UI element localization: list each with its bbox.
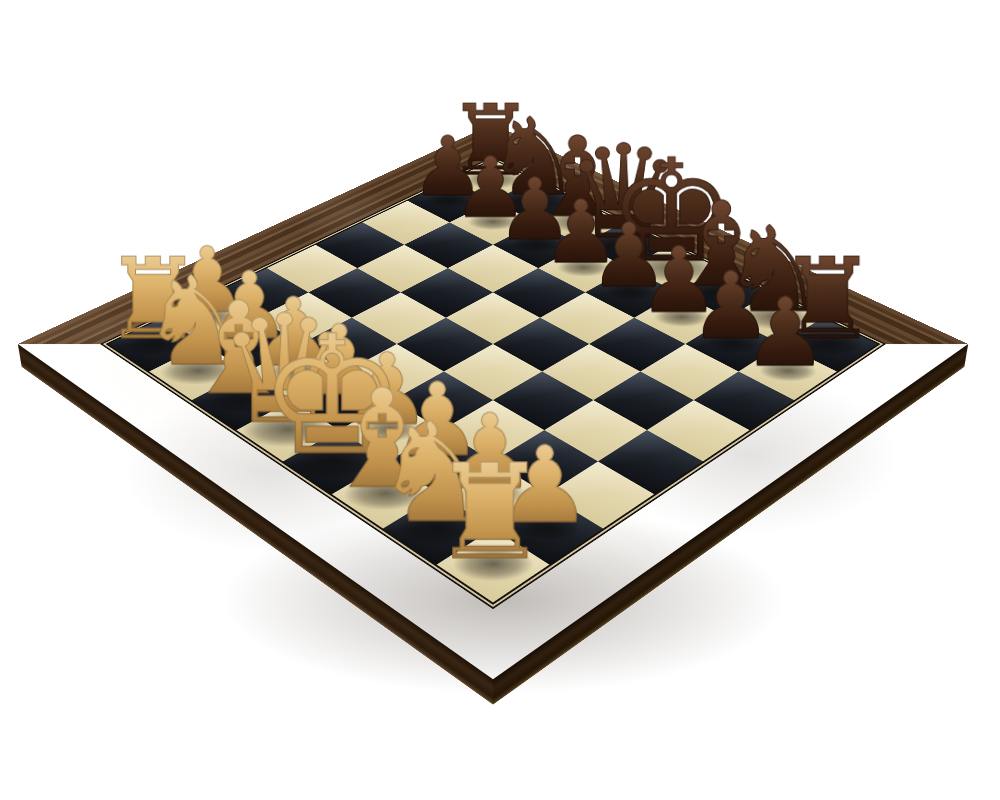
chess-set-photo: ♜♞♝♛♚♝♞♜♟♟♟♟♟♟♟♟♟♟♟♟♟♟♟♟♜♞♝♛♚♝♞♜ xyxy=(0,0,1000,800)
piece-black-pawn[interactable]: ♟ xyxy=(673,278,898,372)
piece-white-rook[interactable]: ♜ xyxy=(361,434,619,566)
